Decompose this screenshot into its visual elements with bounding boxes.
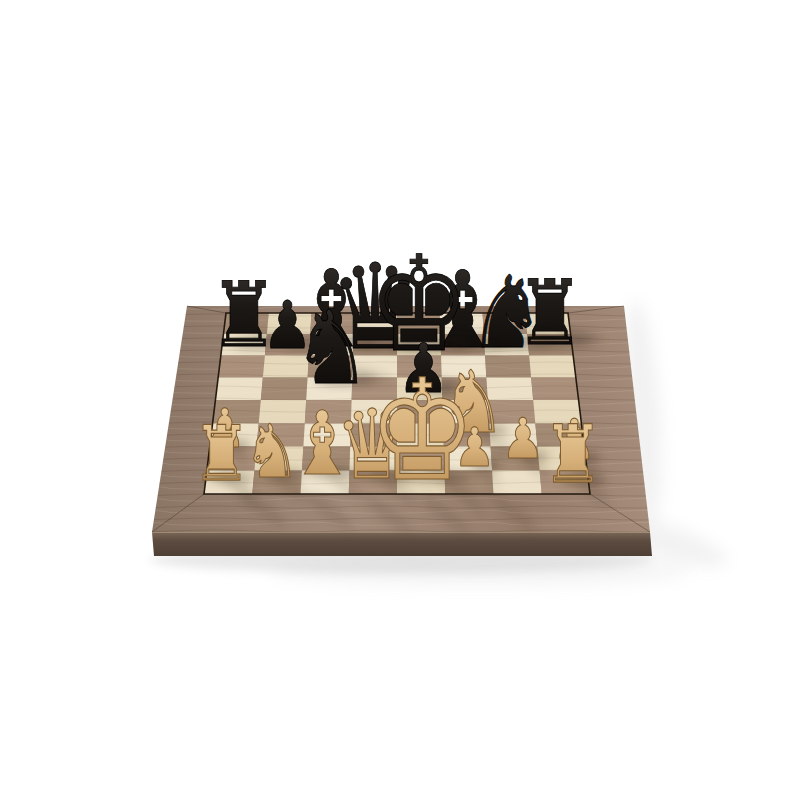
piece-white-knight-b1: ♞ <box>243 408 300 494</box>
piece-white-rook-a1: ♜ <box>192 409 251 498</box>
piece-white-rook-h1: ♜ <box>542 408 604 501</box>
product-photo: ♜♜♝♝♞♟♛♚♞♟♞♟♟♟♟♝♞♛♚♜♜ <box>0 0 800 800</box>
piece-white-pawn-g2: ♟ <box>501 407 544 471</box>
board-side-face <box>152 532 652 556</box>
chessboard-scene: ♜♜♝♝♞♟♛♚♞♟♞♟♟♟♟♝♞♛♚♜♜ <box>0 0 800 800</box>
piece-white-king-e1: ♚ <box>368 349 476 512</box>
board-cast-shadow-spread <box>270 559 690 585</box>
